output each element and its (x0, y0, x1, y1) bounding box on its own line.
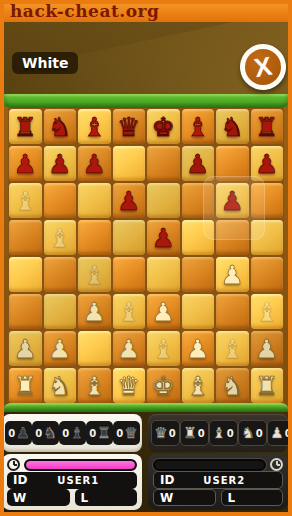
watermark-text: hack-cheat.org (0, 1, 159, 21)
captured-count-knight: 0♞ (32, 421, 59, 445)
white-bishop-piece: ♝ (83, 373, 106, 399)
white-pawn-piece: ♟ (255, 336, 278, 362)
square-b7[interactable]: ♟ (44, 146, 77, 181)
square-h1[interactable]: ♜ (251, 368, 284, 403)
square-c1[interactable]: ♝ (78, 368, 111, 403)
capture-count: 0 (7, 428, 16, 439)
ghost-white-bishop-piece: ♝ (152, 336, 175, 362)
white-knight-piece: ♞ (48, 373, 71, 399)
timer-row-user1 (7, 458, 137, 471)
square-b1[interactable]: ♞ (44, 368, 77, 403)
square-d6[interactable]: ♟ (113, 183, 146, 218)
record-row-user1: W L (7, 489, 137, 506)
white-knight-piece: ♞ (221, 373, 244, 399)
red-pawn-piece: ♟ (255, 151, 278, 177)
square-c7[interactable]: ♟ (78, 146, 111, 181)
square-c5[interactable] (78, 220, 111, 255)
square-h3[interactable]: ♝ (251, 294, 284, 329)
white-king-piece: ♚ (152, 373, 175, 399)
close-icon: X (236, 40, 289, 93)
square-g4[interactable]: ♟ (216, 257, 249, 292)
pawn-icon: ♟ (270, 426, 283, 441)
player-panel-user2: ID USER2 W L (148, 454, 288, 510)
ghost-white-bishop-piece: ♝ (221, 336, 244, 362)
square-b2[interactable]: ♟ (44, 331, 77, 366)
square-a6[interactable]: ♝ (9, 183, 42, 218)
white-pawn-piece: ♟ (48, 336, 71, 362)
captured-count-queen: ♛0 (151, 420, 180, 446)
white-rook-piece: ♜ (14, 373, 37, 399)
id-label: ID (154, 473, 180, 487)
square-g3[interactable] (216, 294, 249, 329)
red-pawn-piece: ♟ (152, 225, 175, 251)
white-pawn-piece: ♟ (83, 299, 106, 325)
white-pawn-piece: ♟ (14, 336, 37, 362)
timer-fill-user1 (26, 461, 135, 469)
captured-count-pawn: 0♟ (5, 421, 32, 445)
capture-count: 0 (34, 428, 43, 439)
square-a8[interactable]: ♜ (9, 109, 42, 144)
losses-badge: L (75, 489, 138, 506)
captured-count-bishop: 0♝ (59, 421, 86, 445)
square-e4[interactable] (147, 257, 180, 292)
square-h7[interactable]: ♟ (251, 146, 284, 181)
captured-tray-white-pieces: ♛0♜0♝0♞0♟0 (148, 414, 288, 452)
square-e5[interactable]: ♟ (147, 220, 180, 255)
square-d1[interactable]: ♛ (113, 368, 146, 403)
app-window: hack-cheat.org White X ♜♞♝♛♚♝♞♜♟♟♟♟♟♝♟♟♝… (0, 0, 292, 516)
square-f4[interactable] (182, 257, 215, 292)
square-f6[interactable] (182, 183, 215, 218)
square-h5[interactable] (251, 220, 284, 255)
id-label: ID (7, 473, 33, 487)
square-f5[interactable] (182, 220, 215, 255)
square-f3[interactable] (182, 294, 215, 329)
white-pawn-piece: ♟ (221, 262, 244, 288)
captured-tray-red-pieces: 0♟0♞0♝0♜0♛ (2, 414, 142, 452)
square-a3[interactable] (9, 294, 42, 329)
red-king-piece: ♚ (152, 114, 175, 140)
id-row-user2: ID USER2 (153, 471, 283, 489)
red-pawn-piece: ♟ (83, 151, 106, 177)
square-g5[interactable] (216, 220, 249, 255)
red-pawn-piece: ♟ (221, 188, 244, 214)
knight-icon: ♞ (241, 426, 254, 441)
square-b6[interactable] (44, 183, 77, 218)
square-g1[interactable]: ♞ (216, 368, 249, 403)
captured-count-rook: 0♜ (86, 421, 113, 445)
square-b8[interactable]: ♞ (44, 109, 77, 144)
record-row-user2: W L (153, 489, 283, 506)
square-e3[interactable]: ♟ (147, 294, 180, 329)
red-bishop-piece: ♝ (83, 114, 106, 140)
red-rook-piece: ♜ (255, 114, 278, 140)
queen-icon: ♛ (124, 426, 137, 441)
capture-count: 0 (197, 428, 206, 439)
clock-icon (7, 458, 20, 471)
white-rook-piece: ♜ (255, 373, 278, 399)
capture-count: 0 (226, 428, 235, 439)
captured-count-bishop: ♝0 (209, 420, 238, 446)
wins-badge: W (7, 489, 70, 506)
square-e2[interactable]: ♝ (147, 331, 180, 366)
red-queen-piece: ♛ (117, 114, 140, 140)
square-a5[interactable] (9, 220, 42, 255)
square-b5[interactable]: ♝ (44, 220, 77, 255)
capture-count: 0 (61, 428, 70, 439)
watermark-bar: hack-cheat.org (0, 0, 292, 22)
square-a2[interactable]: ♟ (9, 331, 42, 366)
captured-count-knight: ♞0 (238, 420, 267, 446)
bishop-icon: ♝ (70, 426, 83, 441)
square-g8[interactable]: ♞ (216, 109, 249, 144)
queen-icon: ♛ (154, 426, 167, 441)
square-d3[interactable]: ♝ (113, 294, 146, 329)
square-d5[interactable] (113, 220, 146, 255)
capture-count: 0 (115, 428, 124, 439)
square-f2[interactable]: ♟ (182, 331, 215, 366)
ghost-white-bishop-piece: ♝ (255, 299, 278, 325)
grass-border-bottom (4, 403, 288, 412)
red-pawn-piece: ♟ (14, 151, 37, 177)
board-zone: ♜♞♝♛♚♝♞♜♟♟♟♟♟♝♟♟♝♟♝♟♟♝♟♝♟♟♟♝♟♝♟♜♞♝♛♚♝♞♜ (4, 94, 288, 412)
capture-count: 0 (88, 428, 97, 439)
square-b3[interactable] (44, 294, 77, 329)
bishop-icon: ♝ (212, 426, 225, 441)
square-h8[interactable]: ♜ (251, 109, 284, 144)
square-c8[interactable]: ♝ (78, 109, 111, 144)
square-c4[interactable]: ♝ (78, 257, 111, 292)
player-name: USER1 (33, 475, 137, 486)
timer-bar-user2 (153, 459, 266, 471)
square-d4[interactable] (113, 257, 146, 292)
ghost-white-bishop-piece: ♝ (48, 225, 71, 251)
red-knight-piece: ♞ (48, 114, 71, 140)
square-e7[interactable] (147, 146, 180, 181)
square-d8[interactable]: ♛ (113, 109, 146, 144)
capture-count: 0 (255, 428, 264, 439)
white-pawn-piece: ♟ (186, 336, 209, 362)
square-a4[interactable] (9, 257, 42, 292)
rook-icon: ♜ (97, 426, 110, 441)
losses-badge: L (221, 489, 284, 506)
red-bishop-piece: ♝ (186, 114, 209, 140)
white-queen-piece: ♛ (117, 373, 140, 399)
ghost-white-bishop-piece: ♝ (14, 188, 37, 214)
ghost-white-bishop-piece: ♝ (83, 262, 106, 288)
white-bishop-piece: ♝ (186, 373, 209, 399)
ghost-white-bishop-piece: ♝ (117, 299, 140, 325)
square-g6[interactable]: ♟ (216, 183, 249, 218)
capture-count: 0 (168, 428, 177, 439)
red-rook-piece: ♜ (14, 114, 37, 140)
white-pawn-piece: ♟ (152, 299, 175, 325)
square-f1[interactable]: ♝ (182, 368, 215, 403)
timer-bar-user1 (24, 459, 137, 471)
square-h2[interactable]: ♟ (251, 331, 284, 366)
red-pawn-piece: ♟ (48, 151, 71, 177)
square-a7[interactable]: ♟ (9, 146, 42, 181)
square-g7[interactable] (216, 146, 249, 181)
square-e8[interactable]: ♚ (147, 109, 180, 144)
square-c2[interactable] (78, 331, 111, 366)
knight-icon: ♞ (43, 426, 56, 441)
clock-icon (270, 458, 283, 471)
pawn-icon: ♟ (16, 426, 29, 441)
red-pawn-piece: ♟ (186, 151, 209, 177)
player-panel-user1: ID USER1 W L (2, 454, 142, 510)
square-f7[interactable]: ♟ (182, 146, 215, 181)
square-h6[interactable] (251, 183, 284, 218)
captured-count-pawn: ♟0 (267, 420, 292, 446)
square-e1[interactable]: ♚ (147, 368, 180, 403)
square-c3[interactable]: ♟ (78, 294, 111, 329)
rook-icon: ♜ (183, 426, 196, 441)
close-button[interactable]: X (240, 44, 286, 90)
id-row-user1: ID USER1 (7, 472, 137, 489)
captured-count-queen: 0♛ (113, 421, 140, 445)
timer-row-user2 (153, 458, 283, 471)
square-g2[interactable]: ♝ (216, 331, 249, 366)
square-a1[interactable]: ♜ (9, 368, 42, 403)
captured-count-rook: ♜0 (180, 420, 209, 446)
grass-border-top (4, 94, 288, 108)
white-pawn-piece: ♟ (117, 336, 140, 362)
turn-indicator-label: White (22, 55, 68, 71)
turn-indicator: White (12, 52, 78, 74)
square-d2[interactable]: ♟ (113, 331, 146, 366)
red-knight-piece: ♞ (221, 114, 244, 140)
red-pawn-piece: ♟ (117, 188, 140, 214)
square-b4[interactable] (44, 257, 77, 292)
player-name: USER2 (180, 475, 282, 486)
square-c6[interactable] (78, 183, 111, 218)
capture-count: 0 (284, 428, 292, 439)
wins-badge: W (153, 489, 216, 506)
square-f8[interactable]: ♝ (182, 109, 215, 144)
square-e6[interactable] (147, 183, 180, 218)
chess-board: ♜♞♝♛♚♝♞♜♟♟♟♟♟♝♟♟♝♟♝♟♟♝♟♝♟♟♟♝♟♝♟♜♞♝♛♚♝♞♜ (8, 108, 284, 404)
square-d7[interactable] (113, 146, 146, 181)
square-h4[interactable] (251, 257, 284, 292)
